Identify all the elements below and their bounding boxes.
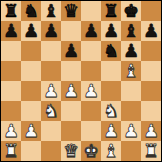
square-g5[interactable]: ♝ [121,61,141,81]
square-b7[interactable]: ♟ [21,21,41,41]
black-rook-piece[interactable]: ♜ [103,1,119,21]
square-d7[interactable] [61,21,81,41]
square-f7[interactable]: ♟ [101,21,121,41]
square-c5[interactable] [41,61,61,81]
square-a6[interactable] [1,41,21,61]
square-a3[interactable] [1,101,21,121]
chess-board-frame: ♜♞♝♛♜♚♟♟♟♟♟♝♟♟♞♟♝♟♟♟♞♞♟♟♟♟♟♜♛♚♝♜ [0,0,162,162]
square-g7[interactable]: ♝ [121,21,141,41]
square-a1[interactable]: ♜ [1,141,21,161]
square-h8[interactable] [141,1,161,21]
square-a4[interactable] [1,81,21,101]
square-g6[interactable]: ♟ [121,41,141,61]
square-f1[interactable]: ♝ [101,141,121,161]
square-f5[interactable] [101,61,121,81]
square-e3[interactable] [81,101,101,121]
white-knight-piece[interactable]: ♞ [103,101,119,121]
chess-board: ♜♞♝♛♜♚♟♟♟♟♟♝♟♟♞♟♝♟♟♟♞♞♟♟♟♟♟♜♛♚♝♜ [1,1,161,161]
black-pawn-piece[interactable]: ♟ [43,21,59,41]
square-b6[interactable] [21,41,41,61]
black-queen-piece[interactable]: ♛ [63,1,79,21]
square-d1[interactable]: ♛ [61,141,81,161]
white-bishop-piece[interactable]: ♝ [123,61,139,81]
square-h6[interactable] [141,41,161,61]
square-e1[interactable]: ♚ [81,141,101,161]
square-a7[interactable]: ♟ [1,21,21,41]
black-knight-piece[interactable]: ♞ [23,1,39,21]
black-rook-piece[interactable]: ♜ [3,1,19,21]
black-king-piece[interactable]: ♚ [123,1,139,21]
square-h2[interactable]: ♟ [141,121,161,141]
square-b1[interactable] [21,141,41,161]
white-pawn-piece[interactable]: ♟ [63,81,79,101]
square-h5[interactable] [141,61,161,81]
black-pawn-piece[interactable]: ♟ [23,21,39,41]
square-d8[interactable]: ♛ [61,1,81,21]
black-pawn-piece[interactable]: ♟ [123,41,139,61]
white-queen-piece[interactable]: ♛ [63,141,79,161]
white-rook-piece[interactable]: ♜ [3,141,19,161]
white-pawn-piece[interactable]: ♟ [3,121,19,141]
white-pawn-piece[interactable]: ♟ [43,81,59,101]
square-c2[interactable] [41,121,61,141]
white-pawn-piece[interactable]: ♟ [123,121,139,141]
square-f2[interactable]: ♟ [101,121,121,141]
square-h1[interactable]: ♜ [141,141,161,161]
square-g1[interactable] [121,141,141,161]
square-g8[interactable]: ♚ [121,1,141,21]
square-a8[interactable]: ♜ [1,1,21,21]
square-d4[interactable]: ♟ [61,81,81,101]
square-c3[interactable]: ♞ [41,101,61,121]
square-d2[interactable] [61,121,81,141]
square-h7[interactable]: ♟ [141,21,161,41]
black-pawn-piece[interactable]: ♟ [63,41,79,61]
black-pawn-piece[interactable]: ♟ [3,21,19,41]
square-f3[interactable]: ♞ [101,101,121,121]
black-bishop-piece[interactable]: ♝ [43,1,59,21]
white-pawn-piece[interactable]: ♟ [103,121,119,141]
square-g2[interactable]: ♟ [121,121,141,141]
square-d6[interactable]: ♟ [61,41,81,61]
square-c6[interactable] [41,41,61,61]
black-pawn-piece[interactable]: ♟ [83,21,99,41]
square-a2[interactable]: ♟ [1,121,21,141]
black-pawn-piece[interactable]: ♟ [103,21,119,41]
square-c4[interactable]: ♟ [41,81,61,101]
square-b2[interactable]: ♟ [21,121,41,141]
square-e8[interactable] [81,1,101,21]
white-knight-piece[interactable]: ♞ [43,101,59,121]
square-f6[interactable]: ♞ [101,41,121,61]
square-e7[interactable]: ♟ [81,21,101,41]
square-f8[interactable]: ♜ [101,1,121,21]
square-b8[interactable]: ♞ [21,1,41,21]
white-pawn-piece[interactable]: ♟ [143,121,159,141]
square-c1[interactable] [41,141,61,161]
square-c7[interactable]: ♟ [41,21,61,41]
square-d5[interactable] [61,61,81,81]
square-h3[interactable] [141,101,161,121]
white-pawn-piece[interactable]: ♟ [23,121,39,141]
square-g3[interactable] [121,101,141,121]
square-f4[interactable] [101,81,121,101]
square-e5[interactable] [81,61,101,81]
square-b3[interactable] [21,101,41,121]
square-e2[interactable] [81,121,101,141]
square-g4[interactable] [121,81,141,101]
white-bishop-piece[interactable]: ♝ [103,141,119,161]
square-c8[interactable]: ♝ [41,1,61,21]
white-rook-piece[interactable]: ♜ [143,141,159,161]
square-h4[interactable] [141,81,161,101]
white-king-piece[interactable]: ♚ [83,141,99,161]
square-d3[interactable] [61,101,81,121]
square-e6[interactable] [81,41,101,61]
square-e4[interactable]: ♟ [81,81,101,101]
square-b4[interactable] [21,81,41,101]
white-pawn-piece[interactable]: ♟ [83,81,99,101]
black-knight-piece[interactable]: ♞ [103,41,119,61]
square-b5[interactable] [21,61,41,81]
black-bishop-piece[interactable]: ♝ [123,21,139,41]
black-pawn-piece[interactable]: ♟ [143,21,159,41]
square-a5[interactable] [1,61,21,81]
